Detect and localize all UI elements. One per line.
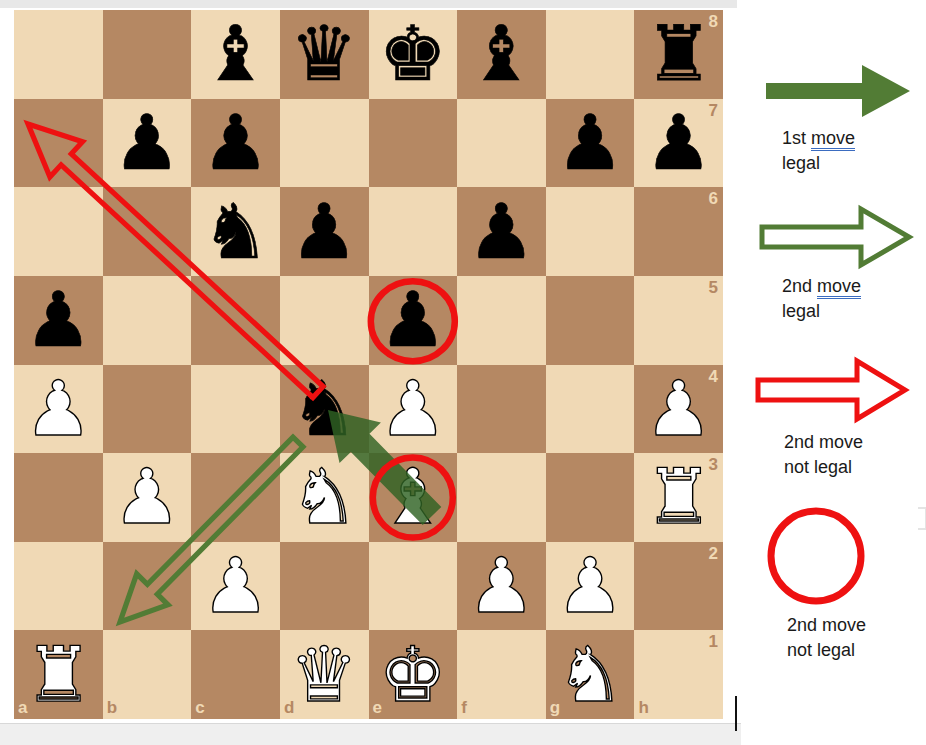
square-a3	[14, 453, 103, 542]
square-h1: 1h	[634, 630, 723, 719]
piece-white-pawn-c2: ♟	[191, 542, 280, 631]
piece-white-pawn-f2: ♟	[457, 542, 546, 631]
board-file-label: b	[107, 699, 117, 716]
square-e6	[369, 187, 458, 276]
piece-white-rook-h3: ♜	[634, 453, 723, 542]
board-rank-label: 5	[709, 279, 718, 296]
square-c4	[191, 365, 280, 454]
square-h6: 6	[634, 187, 723, 276]
square-g4	[546, 365, 635, 454]
square-h2: 2	[634, 542, 723, 631]
piece-white-pawn-h4: ♟	[634, 365, 723, 454]
square-b8	[103, 10, 192, 99]
piece-black-pawn-e5: ♟	[369, 276, 458, 365]
legend-text: not legal	[784, 457, 852, 477]
piece-black-bishop-f8: ♝	[457, 10, 546, 99]
legend-text: 1st	[782, 128, 811, 148]
board-file-label: f	[461, 699, 467, 716]
board-rank-label: 6	[709, 190, 718, 207]
square-c5	[191, 276, 280, 365]
piece-white-knight-d3: ♞	[280, 453, 369, 542]
square-b1: b	[103, 630, 192, 719]
square-g8	[546, 10, 635, 99]
square-d5	[280, 276, 369, 365]
legend-text-underlined: move	[811, 128, 855, 151]
square-c1: c	[191, 630, 280, 719]
square-f7	[457, 99, 546, 188]
page: 8765432abcdefg1h♝♛♚♝♜♟♟♟♟♞♟♟♟♟♞♟♟♟♟♞♝♜♟♟…	[0, 0, 926, 745]
piece-white-knight-g1: ♞	[546, 630, 635, 719]
piece-black-rook-h8: ♜	[634, 10, 723, 99]
piece-black-knight-d4: ♞	[280, 365, 369, 454]
square-c3	[191, 453, 280, 542]
window-edge-top	[0, 0, 737, 8]
chess-board: 8765432abcdefg1h♝♛♚♝♜♟♟♟♟♞♟♟♟♟♞♟♟♟♟♞♝♜♟♟…	[14, 10, 723, 719]
legend-text: not legal	[787, 640, 855, 660]
legend-label-second-move-not-legal-arrow: 2nd move not legal	[784, 430, 863, 480]
board-file-label: c	[195, 699, 204, 716]
square-b2	[103, 542, 192, 631]
legend-text: 2nd	[782, 276, 817, 296]
board-rank-label: 2	[709, 545, 718, 562]
window-edge-bottom	[0, 723, 741, 745]
board-rank-label: 1	[709, 633, 718, 650]
square-d7	[280, 99, 369, 188]
piece-black-pawn-a5: ♟	[14, 276, 103, 365]
piece-black-queen-d8: ♛	[280, 10, 369, 99]
piece-white-rook-a1: ♜	[14, 630, 103, 719]
piece-white-king-e1: ♚	[369, 630, 458, 719]
resize-handle-icon	[918, 507, 926, 530]
square-e7	[369, 99, 458, 188]
legend-outline-red-arrow	[758, 361, 905, 419]
square-a8	[14, 10, 103, 99]
piece-white-bishop-e3: ♝	[369, 453, 458, 542]
square-g5	[546, 276, 635, 365]
square-a6	[14, 187, 103, 276]
square-f5	[457, 276, 546, 365]
square-e2	[369, 542, 458, 631]
legend-solid-green-arrow	[766, 65, 910, 117]
piece-black-pawn-f6: ♟	[457, 187, 546, 276]
piece-white-pawn-e4: ♟	[369, 365, 458, 454]
piece-black-pawn-c7: ♟	[191, 99, 280, 188]
square-b5	[103, 276, 192, 365]
square-g6	[546, 187, 635, 276]
square-f1: f	[457, 630, 546, 719]
piece-white-pawn-b3: ♟	[103, 453, 192, 542]
piece-black-knight-c6: ♞	[191, 187, 280, 276]
legend-text: legal	[782, 153, 820, 173]
square-d2	[280, 542, 369, 631]
piece-white-queen-d1: ♛	[280, 630, 369, 719]
legend-label-second-move-legal: 2nd move legal	[782, 274, 861, 324]
board-file-label: h	[638, 699, 648, 716]
piece-black-king-e8: ♚	[369, 10, 458, 99]
piece-black-pawn-g7: ♟	[546, 99, 635, 188]
square-h5: 5	[634, 276, 723, 365]
piece-black-bishop-c8: ♝	[191, 10, 280, 99]
legend-outline-green-arrow	[762, 209, 909, 265]
square-b6	[103, 187, 192, 276]
legend-text: 2nd move	[787, 615, 866, 635]
square-f4	[457, 365, 546, 454]
square-b4	[103, 365, 192, 454]
piece-white-pawn-g2: ♟	[546, 542, 635, 631]
piece-black-pawn-b7: ♟	[103, 99, 192, 188]
legend-label-first-move-legal: 1st move legal	[782, 126, 855, 176]
legend-text: legal	[782, 301, 820, 321]
legend-red-circle	[771, 511, 861, 601]
text-cursor	[735, 696, 737, 731]
square-a7	[14, 99, 103, 188]
legend-label-second-move-not-legal-circle: 2nd move not legal	[787, 613, 866, 663]
square-g3	[546, 453, 635, 542]
square-a2	[14, 542, 103, 631]
legend-text: 2nd move	[784, 432, 863, 452]
legend-text-underlined: move	[817, 276, 861, 299]
square-f3	[457, 453, 546, 542]
piece-white-pawn-a4: ♟	[14, 365, 103, 454]
piece-black-pawn-d6: ♟	[280, 187, 369, 276]
piece-black-pawn-h7: ♟	[634, 99, 723, 188]
